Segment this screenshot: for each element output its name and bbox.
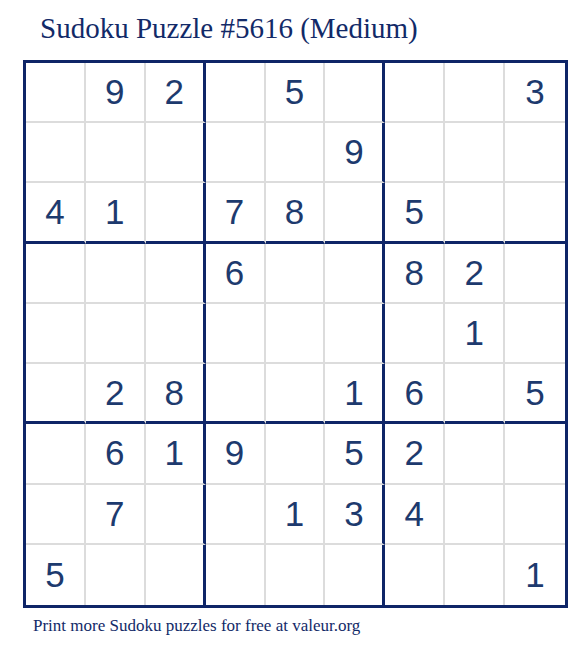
- cell-r5c6[interactable]: [325, 304, 385, 364]
- cell-r3c8[interactable]: [445, 183, 505, 243]
- cell-r1c2[interactable]: 9: [86, 63, 146, 123]
- cell-r5c3[interactable]: [146, 304, 206, 364]
- cell-r9c2[interactable]: [86, 545, 146, 605]
- cell-r6c4[interactable]: [206, 364, 266, 424]
- cell-r6c7[interactable]: 6: [385, 364, 445, 424]
- cell-r4c4[interactable]: 6: [206, 244, 266, 304]
- cell-r6c8[interactable]: [445, 364, 505, 424]
- cell-r8c3[interactable]: [146, 485, 206, 545]
- cell-r4c9[interactable]: [505, 244, 565, 304]
- cell-r7c9[interactable]: [505, 424, 565, 484]
- cell-r9c4[interactable]: [206, 545, 266, 605]
- cell-r7c2[interactable]: 6: [86, 424, 146, 484]
- cell-r5c4[interactable]: [206, 304, 266, 364]
- cell-r3c2[interactable]: 1: [86, 183, 146, 243]
- cell-r5c1[interactable]: [26, 304, 86, 364]
- cell-r7c6[interactable]: 5: [325, 424, 385, 484]
- cell-r1c6[interactable]: [325, 63, 385, 123]
- cell-r2c2[interactable]: [86, 123, 146, 183]
- cell-r6c2[interactable]: 2: [86, 364, 146, 424]
- cell-r1c9[interactable]: 3: [505, 63, 565, 123]
- cell-r4c2[interactable]: [86, 244, 146, 304]
- cell-r6c9[interactable]: 5: [505, 364, 565, 424]
- cell-r3c6[interactable]: [325, 183, 385, 243]
- cell-r2c1[interactable]: [26, 123, 86, 183]
- cell-r9c5[interactable]: [266, 545, 326, 605]
- cell-r2c6[interactable]: 9: [325, 123, 385, 183]
- cell-r7c5[interactable]: [266, 424, 326, 484]
- cell-r9c1[interactable]: 5: [26, 545, 86, 605]
- cell-r5c7[interactable]: [385, 304, 445, 364]
- cell-r1c4[interactable]: [206, 63, 266, 123]
- cell-r7c1[interactable]: [26, 424, 86, 484]
- cell-r2c9[interactable]: [505, 123, 565, 183]
- cell-r6c6[interactable]: 1: [325, 364, 385, 424]
- cell-r8c8[interactable]: [445, 485, 505, 545]
- sudoku-board: 925394178568212816561952713451: [23, 60, 568, 608]
- cell-r1c1[interactable]: [26, 63, 86, 123]
- cell-r8c1[interactable]: [26, 485, 86, 545]
- cell-r1c7[interactable]: [385, 63, 445, 123]
- cell-r3c1[interactable]: 4: [26, 183, 86, 243]
- footer-text: Print more Sudoku puzzles for free at va…: [33, 616, 360, 636]
- cell-r7c3[interactable]: 1: [146, 424, 206, 484]
- cell-r9c3[interactable]: [146, 545, 206, 605]
- cell-r1c5[interactable]: 5: [266, 63, 326, 123]
- cell-r8c7[interactable]: 4: [385, 485, 445, 545]
- cell-r9c8[interactable]: [445, 545, 505, 605]
- cell-r3c3[interactable]: [146, 183, 206, 243]
- cell-r4c6[interactable]: [325, 244, 385, 304]
- cell-r3c7[interactable]: 5: [385, 183, 445, 243]
- cell-r4c7[interactable]: 8: [385, 244, 445, 304]
- cell-r3c9[interactable]: [505, 183, 565, 243]
- cell-r6c5[interactable]: [266, 364, 326, 424]
- cell-r4c5[interactable]: [266, 244, 326, 304]
- cell-r6c3[interactable]: 8: [146, 364, 206, 424]
- cell-r3c5[interactable]: 8: [266, 183, 326, 243]
- cell-r7c7[interactable]: 2: [385, 424, 445, 484]
- cell-r4c8[interactable]: 2: [445, 244, 505, 304]
- sudoku-page: Sudoku Puzzle #5616 (Medium) 92539417856…: [0, 0, 574, 651]
- cell-r5c2[interactable]: [86, 304, 146, 364]
- cell-r1c8[interactable]: [445, 63, 505, 123]
- cell-r2c8[interactable]: [445, 123, 505, 183]
- cell-r5c9[interactable]: [505, 304, 565, 364]
- cell-r9c9[interactable]: 1: [505, 545, 565, 605]
- cell-r7c8[interactable]: [445, 424, 505, 484]
- cell-r8c9[interactable]: [505, 485, 565, 545]
- cell-r5c5[interactable]: [266, 304, 326, 364]
- cell-r2c4[interactable]: [206, 123, 266, 183]
- cell-r9c6[interactable]: [325, 545, 385, 605]
- cell-r1c3[interactable]: 2: [146, 63, 206, 123]
- cell-r2c3[interactable]: [146, 123, 206, 183]
- cell-r3c4[interactable]: 7: [206, 183, 266, 243]
- cell-r5c8[interactable]: 1: [445, 304, 505, 364]
- page-title: Sudoku Puzzle #5616 (Medium): [40, 12, 418, 45]
- cell-r6c1[interactable]: [26, 364, 86, 424]
- cell-r8c4[interactable]: [206, 485, 266, 545]
- cell-r2c7[interactable]: [385, 123, 445, 183]
- cell-r8c5[interactable]: 1: [266, 485, 326, 545]
- cell-r8c6[interactable]: 3: [325, 485, 385, 545]
- cell-r9c7[interactable]: [385, 545, 445, 605]
- cell-r4c3[interactable]: [146, 244, 206, 304]
- cell-r7c4[interactable]: 9: [206, 424, 266, 484]
- cell-r2c5[interactable]: [266, 123, 326, 183]
- cell-r4c1[interactable]: [26, 244, 86, 304]
- cell-r8c2[interactable]: 7: [86, 485, 146, 545]
